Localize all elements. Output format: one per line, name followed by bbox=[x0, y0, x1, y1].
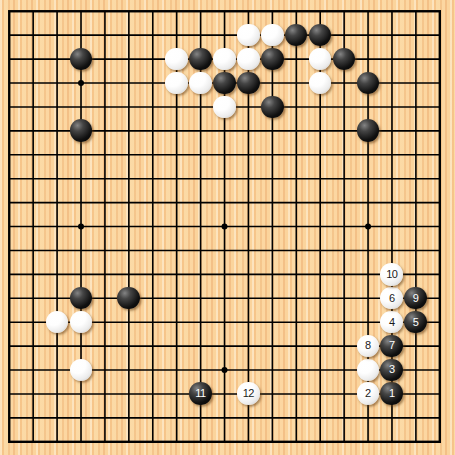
move-number-label: 5 bbox=[413, 317, 419, 328]
black-stone bbox=[261, 96, 284, 119]
black-stone bbox=[261, 48, 284, 71]
white-stone bbox=[165, 72, 188, 95]
white-stone bbox=[165, 48, 188, 71]
black-stone bbox=[357, 72, 380, 95]
white-stone bbox=[357, 359, 380, 382]
white-stone-move-10: 10 bbox=[380, 263, 403, 286]
move-number-label: 2 bbox=[365, 388, 371, 399]
white-stone bbox=[70, 359, 93, 382]
move-number-label: 3 bbox=[389, 364, 395, 375]
black-stone-move-9: 9 bbox=[404, 287, 427, 310]
black-stone bbox=[213, 72, 236, 95]
move-number-label: 6 bbox=[389, 293, 395, 304]
black-stone bbox=[70, 119, 93, 142]
white-stone bbox=[213, 48, 236, 71]
white-stone bbox=[237, 48, 260, 71]
white-stone bbox=[309, 72, 332, 95]
go-board[interactable]: 123456789101112 bbox=[0, 0, 455, 455]
white-stone-move-2: 2 bbox=[357, 382, 380, 405]
move-number-label: 10 bbox=[386, 269, 397, 280]
white-stone-move-6: 6 bbox=[380, 287, 403, 310]
black-stone bbox=[285, 24, 308, 47]
black-stone-move-3: 3 bbox=[380, 359, 403, 382]
move-number-label: 9 bbox=[413, 293, 419, 304]
black-stone bbox=[189, 48, 212, 71]
white-stone bbox=[46, 311, 69, 334]
move-number-label: 11 bbox=[195, 388, 205, 399]
black-stone bbox=[237, 72, 260, 95]
black-stone-move-5: 5 bbox=[404, 311, 427, 334]
white-stone-move-8: 8 bbox=[357, 335, 380, 358]
black-stone bbox=[70, 48, 93, 71]
white-stone bbox=[70, 311, 93, 334]
black-stone bbox=[357, 119, 380, 142]
black-stone bbox=[117, 287, 140, 310]
white-stone-move-4: 4 bbox=[380, 311, 403, 334]
black-stone bbox=[333, 48, 356, 71]
white-stone bbox=[189, 72, 212, 95]
black-stone-move-11: 11 bbox=[189, 382, 212, 405]
white-stone bbox=[261, 24, 284, 47]
white-stone bbox=[237, 24, 260, 47]
move-number-label: 7 bbox=[389, 340, 395, 351]
white-stone bbox=[213, 96, 236, 119]
move-number-label: 8 bbox=[365, 340, 371, 351]
black-stone bbox=[70, 287, 93, 310]
move-number-label: 4 bbox=[389, 317, 395, 328]
stone-layer: 123456789101112 bbox=[0, 0, 452, 454]
white-stone-move-12: 12 bbox=[237, 382, 260, 405]
move-number-label: 1 bbox=[389, 388, 395, 399]
black-stone-move-1: 1 bbox=[380, 382, 403, 405]
black-stone-move-7: 7 bbox=[380, 335, 403, 358]
black-stone bbox=[309, 24, 332, 47]
move-number-label: 12 bbox=[243, 388, 254, 399]
white-stone bbox=[309, 48, 332, 71]
